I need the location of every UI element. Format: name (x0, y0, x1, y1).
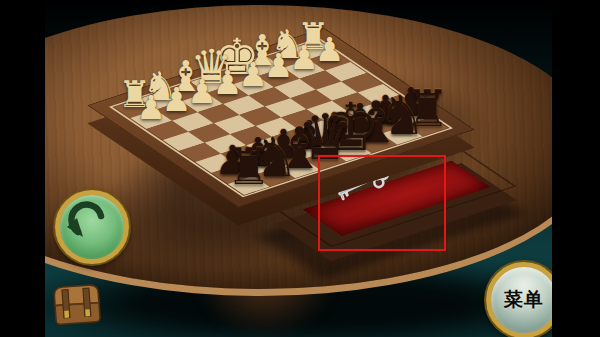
highlight-rectangle (318, 155, 446, 251)
undo-button[interactable] (55, 190, 129, 264)
undo-arrow-icon (64, 199, 110, 245)
inventory-button[interactable] (48, 278, 106, 330)
game-screen: ♜♟♟♜♞♟♟♞♝♟♟♝♚♟♟♚♛♟♟♛♝♟♟♝♞♟♟♞♜♟♟♜ 菜单 (0, 0, 600, 337)
menu-button-label: 菜单 (504, 287, 544, 313)
pillarbox-left (0, 0, 45, 337)
pillarbox-right (552, 0, 600, 337)
menu-button[interactable]: 菜单 (486, 262, 562, 337)
satchel-icon (46, 276, 107, 332)
